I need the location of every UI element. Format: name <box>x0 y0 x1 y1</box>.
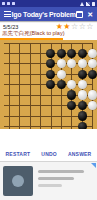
black-stone <box>46 59 55 68</box>
wifi-icon <box>80 2 84 6</box>
board-intersection[interactable] <box>35 40 45 48</box>
board-intersection[interactable] <box>88 59 97 69</box>
board-intersection[interactable] <box>77 101 87 111</box>
board-intersection[interactable] <box>4 48 14 58</box>
board-intersection[interactable] <box>4 40 14 48</box>
board-intersection[interactable] <box>14 40 24 48</box>
board-intersection[interactable] <box>46 101 56 111</box>
page-title: Igo Today's Problem <box>11 11 76 18</box>
black-stone <box>78 111 87 120</box>
board-intersection[interactable] <box>56 40 66 48</box>
board-intersection[interactable] <box>77 69 87 79</box>
board-intersection[interactable] <box>25 121 35 129</box>
notification-icon <box>12 2 15 5</box>
board-intersection[interactable] <box>35 48 45 58</box>
board-intersection[interactable] <box>25 69 35 79</box>
app-bar: Igo Today's Problem ✕ <box>0 7 97 21</box>
black-stone <box>88 70 97 79</box>
black-stone <box>46 80 55 89</box>
close-icon[interactable]: ✕ <box>87 11 93 18</box>
ad-image <box>3 166 33 196</box>
black-stone <box>67 49 76 58</box>
ad-banner[interactable] <box>0 161 97 200</box>
board-intersection[interactable] <box>56 48 66 58</box>
black-stone <box>46 70 55 79</box>
board-intersection[interactable] <box>56 59 66 69</box>
black-stone <box>78 122 87 129</box>
board-intersection[interactable] <box>56 90 66 100</box>
board-intersection[interactable] <box>67 90 77 100</box>
board-intersection[interactable] <box>4 69 14 79</box>
answer-button[interactable]: ANSWER <box>68 151 91 157</box>
board-intersection[interactable] <box>67 40 77 48</box>
problem-hint: 黒先で白死(Black to play) <box>2 30 64 37</box>
board-intersection[interactable] <box>35 111 45 121</box>
notification-icon <box>2 2 5 5</box>
white-stone <box>78 80 87 89</box>
board-intersection[interactable] <box>88 48 97 58</box>
undo-button[interactable]: UNDO <box>41 151 57 157</box>
board-intersection[interactable] <box>56 69 66 79</box>
board-intersection[interactable] <box>14 101 24 111</box>
board-intersection[interactable] <box>46 80 56 90</box>
board-intersection[interactable] <box>67 111 77 121</box>
notification-icon <box>7 2 10 5</box>
board-intersection[interactable] <box>35 101 45 111</box>
board-intersection[interactable] <box>14 69 24 79</box>
board-intersection[interactable] <box>56 111 66 121</box>
board-intersection[interactable] <box>14 80 24 90</box>
go-board[interactable] <box>0 40 97 129</box>
white-stone <box>67 80 76 89</box>
board-intersection[interactable] <box>67 48 77 58</box>
app-screen: Igo Today's Problem ✕ 5/5/23 ★★☆☆☆ 黒先で白死… <box>0 0 97 200</box>
board-intersection[interactable] <box>4 101 14 111</box>
board-intersection[interactable] <box>25 111 35 121</box>
board-intersection[interactable] <box>88 101 97 111</box>
board-intersection[interactable] <box>46 90 56 100</box>
board-intersection[interactable] <box>67 59 77 69</box>
status-notification-area <box>2 2 15 5</box>
status-bar <box>0 0 97 7</box>
board-intersection[interactable] <box>25 40 35 48</box>
board-intersection[interactable] <box>14 48 24 58</box>
board-intersection[interactable] <box>35 121 45 129</box>
board-intersection[interactable] <box>14 59 24 69</box>
board-intersection[interactable] <box>25 80 35 90</box>
board-intersection[interactable] <box>77 90 87 100</box>
board-intersection[interactable] <box>46 48 56 58</box>
board-intersection[interactable] <box>56 101 66 111</box>
board-intersection[interactable] <box>14 121 24 129</box>
white-stone <box>88 90 97 99</box>
black-stone <box>78 101 87 110</box>
board-intersection[interactable] <box>88 111 97 121</box>
black-stone <box>57 49 66 58</box>
board-intersection[interactable] <box>46 59 56 69</box>
board-intersection[interactable] <box>35 90 45 100</box>
black-stone <box>67 90 76 99</box>
board-intersection[interactable] <box>25 59 35 69</box>
white-stone <box>88 49 97 58</box>
black-stone <box>57 80 66 89</box>
white-stone <box>57 59 66 68</box>
board-intersection[interactable] <box>46 40 56 48</box>
black-stone <box>46 49 55 58</box>
board-intersection[interactable] <box>4 121 14 129</box>
board-intersection[interactable] <box>56 121 66 129</box>
board-intersection[interactable] <box>35 69 45 79</box>
board-intersection[interactable] <box>88 69 97 79</box>
white-stone <box>78 90 87 99</box>
action-button-row: RESTART UNDO ANSWER <box>0 146 97 161</box>
black-stone <box>78 49 87 58</box>
board-intersection[interactable] <box>88 90 97 100</box>
board-intersection[interactable] <box>67 69 77 79</box>
board-intersection[interactable] <box>67 121 77 129</box>
board-intersection[interactable] <box>35 80 45 90</box>
board-intersection[interactable] <box>35 59 45 69</box>
board-intersection[interactable] <box>14 111 24 121</box>
board-intersection[interactable] <box>14 90 24 100</box>
board-intersection[interactable] <box>46 111 56 121</box>
ad-text-line <box>38 170 84 173</box>
board-intersection[interactable] <box>4 59 14 69</box>
board-intersection[interactable] <box>77 111 87 121</box>
restart-button[interactable]: RESTART <box>6 151 31 157</box>
battery-icon <box>92 2 95 7</box>
ad-text-line <box>38 184 62 187</box>
white-stone <box>88 59 97 68</box>
board-intersection[interactable] <box>77 40 87 48</box>
board-intersection[interactable] <box>25 90 35 100</box>
board-intersection[interactable] <box>4 80 14 90</box>
white-stone <box>67 59 76 68</box>
board-intersection[interactable] <box>77 121 87 129</box>
white-stone <box>78 59 87 68</box>
board-intersection[interactable] <box>4 90 14 100</box>
ad-text-line <box>38 177 74 180</box>
white-stone <box>57 70 66 79</box>
problem-date: 5/5/23 <box>3 24 18 30</box>
board-intersection[interactable] <box>88 121 97 129</box>
menu-icon[interactable] <box>4 11 11 17</box>
board-intersection[interactable] <box>67 80 77 90</box>
board-intersection[interactable] <box>67 101 77 111</box>
board-intersection[interactable] <box>46 69 56 79</box>
black-stone <box>78 70 87 79</box>
board-intersection[interactable] <box>25 101 35 111</box>
board-intersection[interactable] <box>88 40 97 48</box>
board-intersection[interactable] <box>56 80 66 90</box>
board-intersection[interactable] <box>77 80 87 90</box>
board-intersection[interactable] <box>88 80 97 90</box>
problem-hint-row: 黒先で白死(Black to play) <box>0 30 97 38</box>
go-grid <box>4 40 97 129</box>
ad-choices-icon[interactable] <box>91 163 96 168</box>
status-system-area <box>80 2 95 7</box>
black-stone <box>67 101 76 110</box>
board-intersection[interactable] <box>46 121 56 129</box>
board-intersection[interactable] <box>77 48 87 58</box>
board-intersection[interactable] <box>77 59 87 69</box>
board-intersection[interactable] <box>4 111 14 121</box>
calendar-icon[interactable] <box>76 11 83 18</box>
board-intersection[interactable] <box>25 48 35 58</box>
white-stone <box>88 101 97 110</box>
signal-icon <box>86 2 90 6</box>
